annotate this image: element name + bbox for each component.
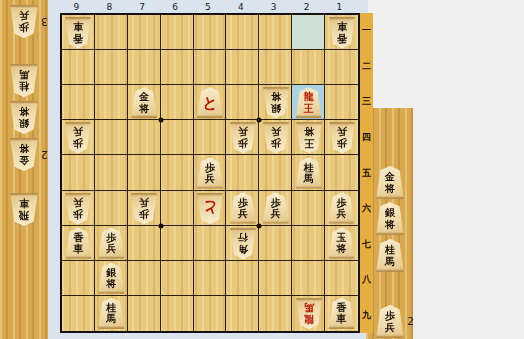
- square-3-9[interactable]: [259, 296, 292, 331]
- piece-kanji: 将: [385, 183, 395, 195]
- piece-kanji: 龍: [304, 313, 314, 325]
- piece-kanji: と: [202, 94, 217, 111]
- piece-kanji: 角: [238, 243, 248, 255]
- hand-count: 3: [41, 15, 48, 28]
- hand-sente-歩兵[interactable]: 歩兵2: [375, 305, 405, 338]
- rank-label-九: 九: [360, 298, 373, 334]
- square-9-8[interactable]: [62, 261, 95, 296]
- square-8-3[interactable]: [95, 85, 128, 120]
- square-6-2[interactable]: [161, 50, 194, 85]
- gote-hand-stand: 歩兵3桂馬銀将金将2飛車: [0, 0, 48, 339]
- hand-gote-歩兵[interactable]: 歩兵3: [9, 5, 39, 38]
- piece-kanji: 兵: [139, 197, 149, 209]
- piece-kanji: 金: [385, 171, 395, 183]
- piece-kanji: 銀: [271, 103, 281, 115]
- square-2-2[interactable]: [292, 50, 325, 85]
- piece-kanji: 桂: [385, 244, 395, 256]
- square-8-5[interactable]: [95, 155, 128, 190]
- square-2-7[interactable]: [292, 226, 325, 261]
- square-4-3[interactable]: [226, 85, 259, 120]
- piece-kanji: 兵: [271, 126, 281, 138]
- piece-kanji: 兵: [238, 126, 248, 138]
- square-8-4[interactable]: [95, 120, 128, 155]
- piece-kanji: 馬: [19, 69, 29, 81]
- square-6-5[interactable]: [161, 155, 194, 190]
- sente-hand-stand: 金将銀将桂馬歩兵2: [366, 108, 413, 339]
- hand-gote-金将[interactable]: 金将2: [9, 138, 39, 171]
- piece-kanji: 歩: [337, 138, 347, 150]
- piece-kanji: 将: [337, 243, 347, 255]
- piece-kanji: と: [202, 200, 217, 217]
- square-6-9[interactable]: [161, 296, 194, 331]
- piece-kanji: 兵: [19, 10, 29, 22]
- rank-label-一: 一: [360, 13, 373, 49]
- square-1-8[interactable]: [325, 261, 358, 296]
- piece-kanji: 馬: [385, 256, 395, 268]
- square-9-5[interactable]: [62, 155, 95, 190]
- piece-kanji: 将: [19, 106, 29, 118]
- piece-kanji: 歩: [73, 138, 83, 150]
- piece-kanji: 王: [304, 138, 314, 150]
- piece-kanji: 銀: [19, 118, 29, 130]
- hoshi-dot: [158, 223, 163, 228]
- piece-kanji: 歩: [337, 197, 347, 209]
- square-7-4[interactable]: [128, 120, 161, 155]
- file-label-7: 7: [126, 2, 159, 13]
- piece-kanji: 歩: [271, 138, 281, 150]
- rank-label-四: 四: [360, 120, 373, 156]
- piece-kanji: 香: [337, 302, 347, 314]
- file-label-6: 6: [159, 2, 192, 13]
- piece-歩兵-gote[interactable]: 歩兵: [9, 5, 39, 38]
- piece-飛車-gote[interactable]: 飛車: [9, 193, 39, 226]
- hand-count: 2: [407, 315, 414, 328]
- piece-kanji: 香: [73, 232, 83, 244]
- piece-kanji: 行: [238, 232, 248, 244]
- piece-kanji: 車: [73, 243, 83, 255]
- square-6-3[interactable]: [161, 85, 194, 120]
- piece-kanji: 兵: [106, 243, 116, 255]
- square-9-2[interactable]: [62, 50, 95, 85]
- square-6-4[interactable]: [161, 120, 194, 155]
- rank-label-五: 五: [360, 155, 373, 191]
- rank-label-七: 七: [360, 226, 373, 262]
- square-5-8[interactable]: [194, 261, 227, 296]
- square-7-1[interactable]: [128, 15, 161, 50]
- piece-kanji: 歩: [271, 197, 281, 209]
- piece-kanji: 馬: [106, 313, 116, 325]
- piece-kanji: 兵: [337, 126, 347, 138]
- square-8-2[interactable]: [95, 50, 128, 85]
- square-7-8[interactable]: [128, 261, 161, 296]
- piece-kanji: 桂: [19, 81, 29, 93]
- piece-kanji: 龍: [304, 91, 314, 103]
- hoshi-dot: [257, 223, 262, 228]
- piece-kanji: 兵: [271, 208, 281, 220]
- piece-kanji: 兵: [238, 208, 248, 220]
- square-4-2[interactable]: [226, 50, 259, 85]
- piece-kanji: 桂: [304, 162, 314, 174]
- hand-gote-飛車[interactable]: 飛車: [9, 193, 39, 226]
- piece-kanji: 歩: [205, 162, 215, 174]
- square-7-9[interactable]: [128, 296, 161, 331]
- rank-label-八: 八: [360, 262, 373, 298]
- piece-kanji: 将: [385, 219, 395, 231]
- piece-kanji: 車: [337, 21, 347, 33]
- hand-count: 2: [41, 148, 48, 161]
- piece-kanji: 香: [73, 33, 83, 45]
- square-6-8[interactable]: [161, 261, 194, 296]
- piece-kanji: 兵: [73, 126, 83, 138]
- piece-kanji: 馬: [304, 302, 314, 314]
- hand-sente-金将[interactable]: 金将: [375, 166, 405, 199]
- square-7-5[interactable]: [128, 155, 161, 190]
- shogi-app: 歩兵3桂馬銀将金将2飛車 金将銀将桂馬歩兵2 987654321 香車香車金将と…: [0, 0, 524, 339]
- piece-kanji: 将: [19, 143, 29, 155]
- piece-kanji: 歩: [73, 208, 83, 220]
- piece-kanji: 将: [271, 91, 281, 103]
- file-labels: 987654321: [60, 2, 360, 13]
- shogi-board: 香車香車金将と銀将龍王歩兵歩兵歩兵王将歩兵歩兵桂馬歩兵歩兵と歩兵歩兵歩兵香車歩兵…: [60, 13, 360, 333]
- piece-kanji: 歩: [19, 22, 29, 34]
- square-3-7[interactable]: [259, 226, 292, 261]
- piece-kanji: 兵: [205, 173, 215, 185]
- piece-kanji: 歩: [106, 232, 116, 244]
- hoshi-dot: [257, 118, 262, 123]
- piece-kanji: 車: [73, 21, 83, 33]
- file-label-9: 9: [60, 2, 93, 13]
- piece-kanji: 車: [19, 198, 29, 210]
- square-8-1[interactable]: [95, 15, 128, 50]
- square-1-2[interactable]: [325, 50, 358, 85]
- rank-label-三: 三: [360, 84, 373, 120]
- square-4-1[interactable]: [226, 15, 259, 50]
- square-6-6[interactable]: [161, 191, 194, 226]
- piece-kanji: 玉: [337, 232, 347, 244]
- board-area: 987654321 香車香車金将と銀将龍王歩兵歩兵歩兵王将歩兵歩兵桂馬歩兵歩兵と…: [60, 2, 360, 333]
- square-2-8[interactable]: [292, 261, 325, 296]
- square-7-2[interactable]: [128, 50, 161, 85]
- piece-歩兵-sente[interactable]: 歩兵: [375, 305, 405, 338]
- piece-kanji: 歩: [238, 197, 248, 209]
- piece-kanji: 歩: [238, 138, 248, 150]
- square-6-7[interactable]: [161, 226, 194, 261]
- piece-kanji: 飛: [19, 210, 29, 222]
- piece-kanji: 兵: [73, 197, 83, 209]
- square-3-5[interactable]: [259, 155, 292, 190]
- square-2-6[interactable]: [292, 191, 325, 226]
- square-9-3[interactable]: [62, 85, 95, 120]
- file-label-5: 5: [192, 2, 225, 13]
- square-8-6[interactable]: [95, 191, 128, 226]
- piece-kanji: 兵: [385, 322, 395, 334]
- square-2-1[interactable]: [292, 15, 325, 50]
- hand-gote-桂馬[interactable]: 桂馬: [9, 64, 39, 97]
- square-3-1[interactable]: [259, 15, 292, 50]
- piece-kanji: 歩: [139, 208, 149, 220]
- square-5-1[interactable]: [194, 15, 227, 50]
- square-9-9[interactable]: [62, 296, 95, 331]
- piece-kanji: 将: [106, 278, 116, 290]
- square-5-7[interactable]: [194, 226, 227, 261]
- piece-金将-sente[interactable]: 金将: [375, 166, 405, 199]
- piece-kanji: 馬: [304, 173, 314, 185]
- file-label-4: 4: [224, 2, 257, 13]
- rank-label-六: 六: [360, 191, 373, 227]
- piece-kanji: 香: [337, 33, 347, 45]
- hand-gote-銀将[interactable]: 銀将: [9, 101, 39, 134]
- file-label-2: 2: [290, 2, 323, 13]
- piece-銀将-gote[interactable]: 銀将: [9, 101, 39, 134]
- piece-kanji: 車: [337, 313, 347, 325]
- hand-sente-桂馬[interactable]: 桂馬: [375, 239, 405, 272]
- piece-kanji: 金: [19, 155, 29, 167]
- file-label-3: 3: [257, 2, 290, 13]
- square-3-8[interactable]: [259, 261, 292, 296]
- piece-金将-gote[interactable]: 金将: [9, 138, 39, 171]
- piece-銀将-sente[interactable]: 銀将: [375, 202, 405, 235]
- file-label-1: 1: [323, 2, 356, 13]
- piece-kanji: 兵: [337, 208, 347, 220]
- square-5-2[interactable]: [194, 50, 227, 85]
- piece-kanji: 歩: [385, 310, 395, 322]
- piece-kanji: 金: [139, 91, 149, 103]
- square-4-9[interactable]: [226, 296, 259, 331]
- square-7-7[interactable]: [128, 226, 161, 261]
- hoshi-dot: [158, 118, 163, 123]
- square-3-2[interactable]: [259, 50, 292, 85]
- rank-label-二: 二: [360, 49, 373, 85]
- rank-labels: 一二三四五六七八九: [360, 13, 373, 333]
- piece-kanji: 桂: [106, 302, 116, 314]
- piece-kanji: 銀: [385, 207, 395, 219]
- piece-桂馬-gote[interactable]: 桂馬: [9, 64, 39, 97]
- square-5-4[interactable]: [194, 120, 227, 155]
- square-6-1[interactable]: [161, 15, 194, 50]
- square-4-8[interactable]: [226, 261, 259, 296]
- hand-sente-銀将[interactable]: 銀将: [375, 202, 405, 235]
- piece-kanji: 将: [139, 103, 149, 115]
- piece-kanji: 王: [304, 103, 314, 115]
- square-4-5[interactable]: [226, 155, 259, 190]
- piece-kanji: 将: [304, 126, 314, 138]
- square-1-3[interactable]: [325, 85, 358, 120]
- square-1-5[interactable]: [325, 155, 358, 190]
- file-label-8: 8: [93, 2, 126, 13]
- square-5-9[interactable]: [194, 296, 227, 331]
- piece-kanji: 銀: [106, 267, 116, 279]
- piece-桂馬-sente[interactable]: 桂馬: [375, 239, 405, 272]
